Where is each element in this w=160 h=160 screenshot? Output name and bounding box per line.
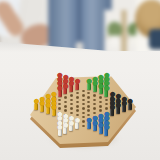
hole: [87, 109, 90, 111]
hole: [82, 107, 85, 109]
hole: [82, 90, 85, 92]
hole: [64, 105, 67, 107]
peg-green: ●: [92, 82, 97, 92]
hole: [76, 109, 79, 111]
peg-red: ●: [75, 80, 80, 90]
peg-head: ●: [116, 102, 121, 109]
hole: [82, 94, 85, 96]
peg-head: ●: [34, 98, 39, 105]
hole: [105, 103, 108, 105]
peg-yellow: ●: [40, 101, 45, 111]
peg-head: ●: [69, 120, 74, 127]
peg-red: ●: [63, 84, 68, 94]
hole: [93, 107, 96, 109]
peg-head: ●: [75, 117, 80, 124]
hole: [58, 99, 61, 101]
hole: [58, 103, 61, 105]
peg-head: ●: [69, 80, 74, 87]
hole: [93, 99, 96, 101]
peg-head: ●: [86, 78, 91, 85]
peg-head: ●: [98, 83, 103, 90]
hole: [76, 96, 79, 98]
peg-head: ●: [63, 122, 68, 129]
peg-green: ●: [98, 84, 103, 94]
hole: [82, 99, 85, 101]
hole: [82, 112, 85, 114]
peg-head: ●: [92, 120, 97, 127]
peg-green: ●: [104, 86, 109, 96]
hole: [76, 105, 79, 107]
peg-red: ●: [57, 86, 62, 96]
peg-blue: ●: [92, 121, 97, 131]
peg-head: ●: [75, 78, 80, 85]
peg-head: ●: [98, 122, 103, 129]
hole: [76, 101, 79, 103]
hole: [82, 116, 85, 118]
peg-green: ●: [86, 80, 91, 90]
peg-blue: ●: [86, 119, 91, 129]
peg-black: ●: [110, 106, 115, 116]
peg-red: ●: [69, 82, 74, 92]
hole: [93, 103, 96, 105]
peg-white: ●: [63, 123, 68, 133]
hole: [87, 92, 90, 94]
hole: [64, 101, 67, 103]
hole: [99, 101, 102, 103]
hole: [87, 105, 90, 107]
peg-black: ●: [116, 104, 121, 114]
hole: [105, 99, 108, 101]
peg-head: ●: [86, 117, 91, 124]
hole: [87, 101, 90, 103]
peg-head: ●: [104, 124, 109, 131]
peg-head: ●: [57, 85, 62, 92]
peg-black: ●: [121, 101, 126, 111]
hole: [82, 120, 85, 122]
board-holes-and-pegs: ●●●●●●●●●●●●●●●●●●●●●●●●●●●●●●●●●●●●●●●●…: [0, 0, 160, 160]
peg-yellow: ●: [45, 104, 50, 114]
peg-head: ●: [63, 83, 68, 90]
peg-head: ●: [121, 100, 126, 107]
hole: [82, 125, 85, 127]
hole: [87, 96, 90, 98]
hole: [76, 92, 79, 94]
peg-head: ●: [104, 85, 109, 92]
peg-head: ●: [40, 100, 45, 107]
peg-head: ●: [57, 124, 62, 131]
hole: [99, 105, 102, 107]
peg-white: ●: [69, 121, 74, 131]
peg-blue: ●: [104, 125, 109, 135]
hole: [64, 96, 67, 98]
peg-white: ●: [57, 125, 62, 135]
peg-white: ●: [75, 119, 80, 129]
hole: [70, 107, 73, 109]
hole: [99, 96, 102, 98]
peg-head: ●: [127, 98, 132, 105]
peg-yellow: ●: [51, 106, 56, 116]
hole: [70, 103, 73, 105]
photo-chinese-checkers: ●●●●●●●●●●●●●●●●●●●●●●●●●●●●●●●●●●●●●●●●…: [0, 0, 160, 160]
hole: [70, 99, 73, 101]
peg-head: ●: [92, 80, 97, 87]
peg-yellow: ●: [34, 99, 39, 109]
peg-head: ●: [45, 102, 50, 109]
peg-blue: ●: [98, 123, 103, 133]
hole: [82, 103, 85, 105]
peg-black: ●: [127, 99, 132, 109]
peg-head: ●: [51, 104, 56, 111]
peg-head: ●: [110, 104, 115, 111]
hole: [93, 94, 96, 96]
hole: [70, 94, 73, 96]
